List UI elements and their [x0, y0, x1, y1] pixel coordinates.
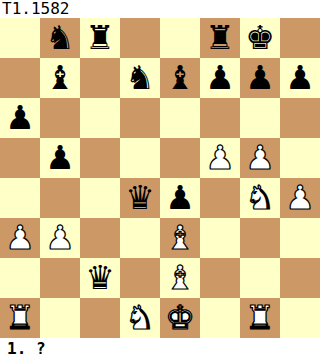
square-b4[interactable]: [40, 178, 80, 218]
square-d2[interactable]: [120, 258, 160, 298]
square-f6[interactable]: [200, 98, 240, 138]
piece-black-pawn: ♟: [205, 58, 235, 98]
square-e8[interactable]: [160, 18, 200, 58]
square-g4[interactable]: ♞: [240, 178, 280, 218]
piece-black-knight: ♞: [45, 18, 75, 58]
square-c6[interactable]: [80, 98, 120, 138]
square-a2[interactable]: [0, 258, 40, 298]
square-f7[interactable]: ♟: [200, 58, 240, 98]
square-g7[interactable]: ♟: [240, 58, 280, 98]
square-c2[interactable]: ♛: [80, 258, 120, 298]
square-h8[interactable]: [280, 18, 320, 58]
square-a5[interactable]: [0, 138, 40, 178]
piece-black-bishop: ♝: [45, 58, 75, 98]
square-d7[interactable]: ♞: [120, 58, 160, 98]
move-prompt: 1. ?: [0, 338, 320, 360]
square-f3[interactable]: [200, 218, 240, 258]
square-a7[interactable]: [0, 58, 40, 98]
square-d5[interactable]: [120, 138, 160, 178]
piece-black-pawn: ♟: [285, 58, 315, 98]
square-c3[interactable]: [80, 218, 120, 258]
piece-white-rook: ♜: [5, 298, 35, 338]
square-c5[interactable]: [80, 138, 120, 178]
square-c8[interactable]: ♜: [80, 18, 120, 58]
piece-black-knight: ♞: [125, 58, 155, 98]
square-d3[interactable]: [120, 218, 160, 258]
square-g5[interactable]: ♟: [240, 138, 280, 178]
square-h2[interactable]: [280, 258, 320, 298]
piece-black-pawn: ♟: [245, 58, 275, 98]
piece-white-bishop: ♝: [165, 258, 195, 298]
square-b3[interactable]: ♟: [40, 218, 80, 258]
square-f1[interactable]: [200, 298, 240, 338]
square-e1[interactable]: ♚: [160, 298, 200, 338]
square-h3[interactable]: [280, 218, 320, 258]
piece-white-pawn: ♟: [45, 218, 75, 258]
square-e5[interactable]: [160, 138, 200, 178]
square-d1[interactable]: ♞: [120, 298, 160, 338]
piece-white-king: ♚: [165, 298, 195, 338]
square-e3[interactable]: ♝: [160, 218, 200, 258]
piece-black-pawn: ♟: [45, 138, 75, 178]
piece-white-knight: ♞: [125, 298, 155, 338]
square-b8[interactable]: ♞: [40, 18, 80, 58]
square-h4[interactable]: ♟: [280, 178, 320, 218]
piece-black-king: ♚: [245, 18, 275, 58]
piece-black-bishop: ♝: [165, 58, 195, 98]
puzzle-id: T1.1582: [0, 0, 320, 18]
piece-white-pawn: ♟: [285, 178, 315, 218]
square-d4[interactable]: ♛: [120, 178, 160, 218]
square-e4[interactable]: ♟: [160, 178, 200, 218]
square-a4[interactable]: [0, 178, 40, 218]
square-b6[interactable]: [40, 98, 80, 138]
square-a6[interactable]: ♟: [0, 98, 40, 138]
piece-white-pawn: ♟: [5, 218, 35, 258]
square-c7[interactable]: [80, 58, 120, 98]
piece-white-knight: ♞: [245, 178, 275, 218]
square-h5[interactable]: [280, 138, 320, 178]
square-f2[interactable]: [200, 258, 240, 298]
piece-white-bishop: ♝: [165, 218, 195, 258]
square-a1[interactable]: ♜: [0, 298, 40, 338]
square-b1[interactable]: [40, 298, 80, 338]
piece-black-queen: ♛: [85, 258, 115, 298]
chess-board: ♞♜♜♚♝♞♝♟♟♟♟♟♟♟♛♟♞♟♟♟♝♛♝♜♞♚♜: [0, 18, 320, 338]
square-g3[interactable]: [240, 218, 280, 258]
piece-black-rook: ♜: [205, 18, 235, 58]
square-c4[interactable]: [80, 178, 120, 218]
piece-black-rook: ♜: [85, 18, 115, 58]
square-e7[interactable]: ♝: [160, 58, 200, 98]
piece-white-rook: ♜: [245, 298, 275, 338]
square-b5[interactable]: ♟: [40, 138, 80, 178]
square-d6[interactable]: [120, 98, 160, 138]
square-h1[interactable]: [280, 298, 320, 338]
piece-black-queen: ♛: [125, 178, 155, 218]
square-f8[interactable]: ♜: [200, 18, 240, 58]
square-f4[interactable]: [200, 178, 240, 218]
square-g2[interactable]: [240, 258, 280, 298]
square-c1[interactable]: [80, 298, 120, 338]
square-b7[interactable]: ♝: [40, 58, 80, 98]
square-e6[interactable]: [160, 98, 200, 138]
square-b2[interactable]: [40, 258, 80, 298]
piece-white-pawn: ♟: [245, 138, 275, 178]
square-g1[interactable]: ♜: [240, 298, 280, 338]
square-a3[interactable]: ♟: [0, 218, 40, 258]
square-a8[interactable]: [0, 18, 40, 58]
square-h6[interactable]: [280, 98, 320, 138]
square-g8[interactable]: ♚: [240, 18, 280, 58]
square-g6[interactable]: [240, 98, 280, 138]
square-h7[interactable]: ♟: [280, 58, 320, 98]
piece-black-pawn: ♟: [5, 98, 35, 138]
piece-black-pawn: ♟: [165, 178, 195, 218]
square-f5[interactable]: ♟: [200, 138, 240, 178]
piece-white-pawn: ♟: [205, 138, 235, 178]
square-e2[interactable]: ♝: [160, 258, 200, 298]
square-d8[interactable]: [120, 18, 160, 58]
